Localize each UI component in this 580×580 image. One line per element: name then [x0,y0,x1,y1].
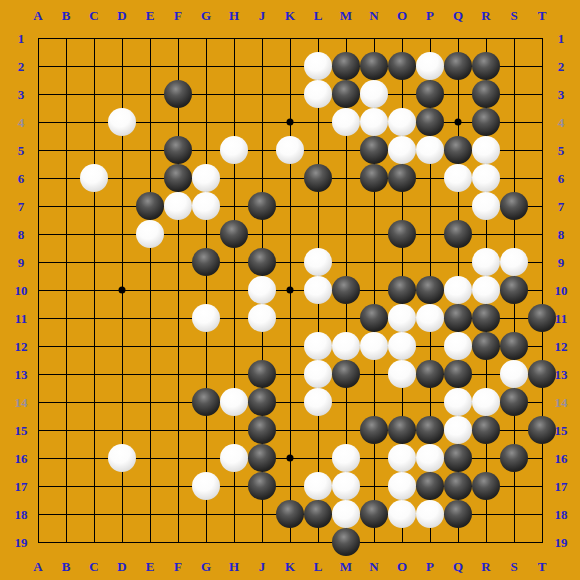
stone-black-F3[interactable] [164,80,192,108]
col-label-bottom-T: T [538,560,547,573]
col-label-top-D: D [117,9,126,22]
stone-white-O5[interactable] [388,136,416,164]
stone-black-J14[interactable] [248,388,276,416]
star-point-K16 [287,455,294,462]
stone-black-Q16[interactable] [444,444,472,472]
col-label-top-O: O [397,9,407,22]
stone-white-L14[interactable] [304,388,332,416]
stone-white-M18[interactable] [332,500,360,528]
row-label-left-7: 7 [18,200,25,213]
stone-white-R14[interactable] [472,388,500,416]
row-label-right-18: 18 [555,508,568,521]
stone-white-H14[interactable] [220,388,248,416]
stone-white-Q10[interactable] [444,276,472,304]
col-label-top-C: C [89,9,98,22]
stone-white-O13[interactable] [388,360,416,388]
stone-white-R6[interactable] [472,164,500,192]
stone-black-S7[interactable] [500,192,528,220]
stone-white-O4[interactable] [388,108,416,136]
stone-white-L9[interactable] [304,248,332,276]
row-label-right-14: 14 [555,396,568,409]
stone-black-T11[interactable] [528,304,556,332]
row-label-left-11: 11 [15,312,27,325]
star-point-K10 [287,287,294,294]
row-label-left-18: 18 [15,508,28,521]
stone-white-N12[interactable] [360,332,388,360]
col-label-bottom-K: K [285,560,295,573]
stone-black-M10[interactable] [332,276,360,304]
stone-black-Q18[interactable] [444,500,472,528]
stone-black-H8[interactable] [220,220,248,248]
stone-white-Q14[interactable] [444,388,472,416]
row-label-left-8: 8 [18,228,25,241]
stone-black-N11[interactable] [360,304,388,332]
stone-white-O12[interactable] [388,332,416,360]
stone-white-R5[interactable] [472,136,500,164]
stone-black-L6[interactable] [304,164,332,192]
stone-black-L18[interactable] [304,500,332,528]
stone-white-L10[interactable] [304,276,332,304]
row-label-right-17: 17 [555,480,568,493]
stone-white-L2[interactable] [304,52,332,80]
stone-black-Q5[interactable] [444,136,472,164]
stone-white-N3[interactable] [360,80,388,108]
stone-black-P13[interactable] [416,360,444,388]
star-point-D10 [119,287,126,294]
col-label-bottom-F: F [174,560,182,573]
stone-black-O15[interactable] [388,416,416,444]
stone-white-S13[interactable] [500,360,528,388]
star-point-Q4 [455,119,462,126]
stone-black-M19[interactable] [332,528,360,556]
stone-black-O6[interactable] [388,164,416,192]
stone-white-G6[interactable] [192,164,220,192]
stone-black-N15[interactable] [360,416,388,444]
stone-black-M2[interactable] [332,52,360,80]
stone-white-L12[interactable] [304,332,332,360]
col-label-bottom-B: B [62,560,71,573]
stone-black-R11[interactable] [472,304,500,332]
col-label-top-J: J [259,9,266,22]
col-label-top-S: S [510,9,517,22]
stone-white-H16[interactable] [220,444,248,472]
stone-black-R3[interactable] [472,80,500,108]
stone-black-K18[interactable] [276,500,304,528]
stone-white-L13[interactable] [304,360,332,388]
row-label-right-3: 3 [558,88,565,101]
stone-black-S16[interactable] [500,444,528,472]
stone-black-S14[interactable] [500,388,528,416]
col-label-bottom-M: M [340,560,352,573]
row-label-left-5: 5 [18,144,25,157]
stone-white-D16[interactable] [108,444,136,472]
stone-white-R7[interactable] [472,192,500,220]
col-label-top-M: M [340,9,352,22]
stone-black-N6[interactable] [360,164,388,192]
stone-black-R17[interactable] [472,472,500,500]
row-label-left-19: 19 [15,536,28,549]
stone-white-K5[interactable] [276,136,304,164]
stone-white-L17[interactable] [304,472,332,500]
stone-white-O17[interactable] [388,472,416,500]
stone-black-Q17[interactable] [444,472,472,500]
col-label-top-A: A [33,9,42,22]
col-label-bottom-L: L [314,560,323,573]
row-label-right-2: 2 [558,60,565,73]
stone-white-E8[interactable] [136,220,164,248]
stone-white-J10[interactable] [248,276,276,304]
stone-black-J16[interactable] [248,444,276,472]
col-label-top-H: H [229,9,239,22]
col-label-bottom-P: P [426,560,434,573]
stone-white-G11[interactable] [192,304,220,332]
stone-black-J15[interactable] [248,416,276,444]
col-label-top-N: N [369,9,378,22]
row-label-left-9: 9 [18,256,25,269]
stone-white-F7[interactable] [164,192,192,220]
row-label-left-4: 4 [18,116,25,129]
stone-white-C6[interactable] [80,164,108,192]
stone-black-O2[interactable] [388,52,416,80]
row-label-left-15: 15 [15,424,28,437]
stone-black-J9[interactable] [248,248,276,276]
row-label-right-4: 4 [558,116,565,129]
col-label-top-R: R [481,9,490,22]
stone-black-P3[interactable] [416,80,444,108]
grid-line-vertical [542,38,543,543]
stone-white-Q12[interactable] [444,332,472,360]
stone-white-O11[interactable] [388,304,416,332]
row-label-left-1: 1 [18,32,25,45]
stone-black-S12[interactable] [500,332,528,360]
row-label-left-14: 14 [15,396,28,409]
stone-white-J11[interactable] [248,304,276,332]
stone-black-Q2[interactable] [444,52,472,80]
row-label-left-13: 13 [15,368,28,381]
col-label-bottom-Q: Q [453,560,463,573]
stone-black-O8[interactable] [388,220,416,248]
stone-white-R10[interactable] [472,276,500,304]
stone-white-L3[interactable] [304,80,332,108]
row-label-right-16: 16 [555,452,568,465]
row-label-right-8: 8 [558,228,565,241]
stone-black-S10[interactable] [500,276,528,304]
stone-black-J13[interactable] [248,360,276,388]
stone-black-F6[interactable] [164,164,192,192]
col-label-bottom-O: O [397,560,407,573]
col-label-bottom-E: E [146,560,155,573]
row-label-right-13: 13 [555,368,568,381]
row-label-right-11: 11 [555,312,567,325]
col-label-top-F: F [174,9,182,22]
stone-white-M16[interactable] [332,444,360,472]
col-label-bottom-A: A [33,560,42,573]
col-label-bottom-G: G [201,560,211,573]
stone-white-G17[interactable] [192,472,220,500]
stone-white-D4[interactable] [108,108,136,136]
row-label-left-3: 3 [18,88,25,101]
row-label-right-5: 5 [558,144,565,157]
row-label-right-7: 7 [558,200,565,213]
row-label-right-1: 1 [558,32,565,45]
col-label-top-Q: Q [453,9,463,22]
row-label-right-6: 6 [558,172,565,185]
row-label-left-10: 10 [15,284,28,297]
stone-black-M13[interactable] [332,360,360,388]
row-label-left-6: 6 [18,172,25,185]
row-label-left-2: 2 [18,60,25,73]
stone-white-N4[interactable] [360,108,388,136]
row-label-right-9: 9 [558,256,565,269]
stone-black-Q8[interactable] [444,220,472,248]
row-label-right-15: 15 [555,424,568,437]
stone-white-P16[interactable] [416,444,444,472]
stone-white-Q15[interactable] [444,416,472,444]
stone-black-G14[interactable] [192,388,220,416]
stone-white-P2[interactable] [416,52,444,80]
col-label-bottom-J: J [259,560,266,573]
col-label-top-T: T [538,9,547,22]
col-label-bottom-N: N [369,560,378,573]
go-board: AABBCCDDEEFFGGHHJJKKLLMMNNOOPPQQRRSSTT11… [0,0,580,580]
stone-black-R15[interactable] [472,416,500,444]
row-label-left-12: 12 [15,340,28,353]
stone-black-J17[interactable] [248,472,276,500]
stone-black-T15[interactable] [528,416,556,444]
col-label-top-K: K [285,9,295,22]
stone-white-H5[interactable] [220,136,248,164]
col-label-top-E: E [146,9,155,22]
stone-white-G7[interactable] [192,192,220,220]
stone-black-E7[interactable] [136,192,164,220]
col-label-top-G: G [201,9,211,22]
stone-black-P4[interactable] [416,108,444,136]
stone-white-M17[interactable] [332,472,360,500]
col-label-bottom-H: H [229,560,239,573]
stone-white-O16[interactable] [388,444,416,472]
stone-black-R2[interactable] [472,52,500,80]
stone-black-M3[interactable] [332,80,360,108]
stone-black-R12[interactable] [472,332,500,360]
col-label-bottom-D: D [117,560,126,573]
stone-black-R4[interactable] [472,108,500,136]
stone-black-J7[interactable] [248,192,276,220]
col-label-bottom-R: R [481,560,490,573]
stone-white-M12[interactable] [332,332,360,360]
stone-black-P10[interactable] [416,276,444,304]
stone-black-G9[interactable] [192,248,220,276]
stone-black-P15[interactable] [416,416,444,444]
stone-black-F5[interactable] [164,136,192,164]
stone-black-O10[interactable] [388,276,416,304]
stone-white-O18[interactable] [388,500,416,528]
col-label-top-B: B [62,9,71,22]
stone-white-P11[interactable] [416,304,444,332]
stone-white-R9[interactable] [472,248,500,276]
stone-white-P5[interactable] [416,136,444,164]
star-point-K4 [287,119,294,126]
stone-white-S9[interactable] [500,248,528,276]
stone-black-N5[interactable] [360,136,388,164]
row-label-right-19: 19 [555,536,568,549]
col-label-top-L: L [314,9,323,22]
stone-black-N2[interactable] [360,52,388,80]
stone-black-N18[interactable] [360,500,388,528]
col-label-bottom-C: C [89,560,98,573]
row-label-left-17: 17 [15,480,28,493]
row-label-right-12: 12 [555,340,568,353]
stone-black-T13[interactable] [528,360,556,388]
grid-line-horizontal [38,542,543,543]
stone-black-P17[interactable] [416,472,444,500]
stone-white-P18[interactable] [416,500,444,528]
col-label-bottom-S: S [510,560,517,573]
stone-white-M4[interactable] [332,108,360,136]
col-label-top-P: P [426,9,434,22]
row-label-left-16: 16 [15,452,28,465]
stone-black-Q13[interactable] [444,360,472,388]
stone-white-Q6[interactable] [444,164,472,192]
stone-black-Q11[interactable] [444,304,472,332]
row-label-right-10: 10 [555,284,568,297]
